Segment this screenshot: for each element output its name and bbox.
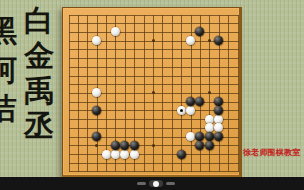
black-stone (92, 106, 101, 115)
white-stone (214, 115, 223, 124)
grid-line (238, 15, 239, 173)
watermark-text: 徐老师围棋教室 (243, 148, 303, 157)
black-stone (195, 97, 204, 106)
black-stone (205, 141, 214, 150)
star-point (152, 39, 155, 42)
black-stone (214, 36, 223, 45)
player-name-char: 白 (24, 5, 54, 37)
black-stone (214, 106, 223, 115)
black-stone (214, 132, 223, 141)
player-control-bar[interactable] (0, 177, 304, 190)
star-point (95, 144, 98, 147)
play-toggle[interactable] (149, 180, 163, 187)
black-stone (214, 97, 223, 106)
black-stone (92, 132, 101, 141)
white-stone (186, 132, 195, 141)
player-name-char: 金 (24, 40, 54, 72)
white-stone (130, 150, 139, 159)
grid-line (69, 171, 239, 172)
grid-line (181, 15, 182, 173)
white-stone (92, 88, 101, 97)
black-stone (177, 150, 186, 159)
grid-line (69, 102, 239, 103)
black-stone (195, 27, 204, 36)
white-stone (186, 36, 195, 45)
star-point (208, 39, 211, 42)
grid-line (162, 15, 163, 173)
star-point (152, 144, 155, 147)
player-name-char: 禹 (24, 75, 54, 107)
player-name-char: 丞 (24, 110, 54, 142)
go-board (62, 7, 242, 177)
white-stone (111, 27, 120, 36)
progress-marks-right-icon (166, 182, 175, 185)
white-stone (186, 106, 195, 115)
grid-line (228, 15, 229, 173)
black-stone (195, 132, 204, 141)
player-name-char: 黑 (0, 15, 17, 47)
white-stone (111, 150, 120, 159)
black-stone (130, 141, 139, 150)
progress-marks-left-icon (137, 182, 146, 185)
player-name-char: 洁 (0, 93, 17, 125)
white-stone (205, 115, 214, 124)
grid-line (172, 15, 173, 173)
black-stone (186, 97, 195, 106)
white-stone (205, 123, 214, 132)
white-stone (120, 150, 129, 159)
white-stone-last-move (177, 106, 186, 115)
black-stone (205, 132, 214, 141)
white-stone (102, 150, 111, 159)
black-player-column: 黑柯洁 (0, 15, 17, 125)
toggle-knob-icon (153, 181, 159, 187)
white-player-column: 白金禹丞 (24, 5, 54, 142)
black-stone (195, 141, 204, 150)
white-stone (92, 36, 101, 45)
white-stone (214, 123, 223, 132)
grid-line (69, 163, 239, 164)
player-name-char: 柯 (0, 54, 17, 86)
black-stone (111, 141, 120, 150)
black-stone (120, 141, 129, 150)
grid-line (69, 154, 239, 155)
video-frame[interactable]: 白金禹丞 黑柯洁 徐老师围棋教室 (0, 0, 304, 190)
